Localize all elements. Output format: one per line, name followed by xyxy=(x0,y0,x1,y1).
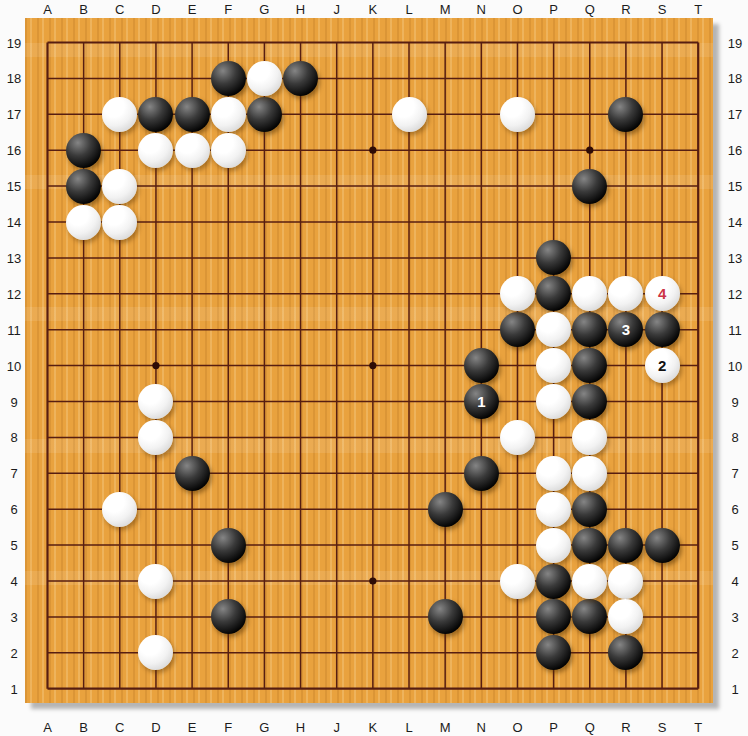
row-label-left-18: 18 xyxy=(7,71,21,86)
black-stone-B15[interactable] xyxy=(66,169,101,204)
black-stone-D17[interactable] xyxy=(138,97,173,132)
row-label-right-13: 13 xyxy=(728,250,742,265)
row-label-right-1: 1 xyxy=(731,681,738,696)
move-number-1: 1 xyxy=(477,394,485,409)
white-stone-P6[interactable] xyxy=(536,492,571,527)
black-stone-N9[interactable]: 1 xyxy=(464,384,499,419)
row-label-left-1: 1 xyxy=(10,681,17,696)
row-label-left-2: 2 xyxy=(10,645,17,660)
row-label-right-4: 4 xyxy=(731,574,738,589)
white-stone-Q7[interactable] xyxy=(572,456,607,491)
row-label-right-18: 18 xyxy=(728,71,742,86)
white-stone-E16[interactable] xyxy=(175,133,210,168)
black-stone-F3[interactable] xyxy=(211,599,246,634)
black-stone-G17[interactable] xyxy=(247,97,282,132)
white-stone-O4[interactable] xyxy=(500,564,535,599)
white-stone-S12[interactable]: 4 xyxy=(645,276,680,311)
col-label-bottom-N: N xyxy=(477,720,486,735)
move-number-3: 3 xyxy=(622,322,630,337)
row-label-right-19: 19 xyxy=(728,35,742,50)
row-label-left-11: 11 xyxy=(7,322,21,337)
move-number-4: 4 xyxy=(658,286,666,301)
white-stone-P9[interactable] xyxy=(536,384,571,419)
row-label-left-17: 17 xyxy=(7,107,21,122)
row-label-left-9: 9 xyxy=(10,394,17,409)
black-stone-Q5[interactable] xyxy=(572,528,607,563)
black-stone-O11[interactable] xyxy=(500,312,535,347)
white-stone-Q8[interactable] xyxy=(572,420,607,455)
row-label-left-16: 16 xyxy=(7,143,21,158)
row-label-left-7: 7 xyxy=(10,466,17,481)
black-stone-P4[interactable] xyxy=(536,564,571,599)
col-label-top-R: R xyxy=(621,2,630,17)
black-stone-Q6[interactable] xyxy=(572,492,607,527)
row-label-left-12: 12 xyxy=(7,286,21,301)
row-label-right-7: 7 xyxy=(731,466,738,481)
col-label-top-S: S xyxy=(658,2,667,17)
black-stone-N10[interactable] xyxy=(464,348,499,383)
col-label-bottom-D: D xyxy=(151,720,160,735)
col-label-top-C: C xyxy=(115,2,124,17)
col-label-bottom-E: E xyxy=(188,720,197,735)
black-stone-R17[interactable] xyxy=(608,97,643,132)
white-stone-O12[interactable] xyxy=(500,276,535,311)
row-label-right-11: 11 xyxy=(728,322,742,337)
col-label-bottom-C: C xyxy=(115,720,124,735)
col-label-bottom-M: M xyxy=(440,720,451,735)
col-label-top-Q: Q xyxy=(585,2,595,17)
black-stone-R5[interactable] xyxy=(608,528,643,563)
white-stone-Q4[interactable] xyxy=(572,564,607,599)
black-stone-F18[interactable] xyxy=(211,61,246,96)
col-label-bottom-Q: Q xyxy=(585,720,595,735)
col-label-bottom-O: O xyxy=(512,720,522,735)
col-label-top-E: E xyxy=(188,2,197,17)
col-label-bottom-P: P xyxy=(549,720,558,735)
col-label-top-B: B xyxy=(79,2,88,17)
white-stone-F17[interactable] xyxy=(211,97,246,132)
row-label-left-4: 4 xyxy=(10,574,17,589)
row-label-left-19: 19 xyxy=(7,35,21,50)
row-label-right-12: 12 xyxy=(728,286,742,301)
white-stone-P5[interactable] xyxy=(536,528,571,563)
row-label-left-8: 8 xyxy=(10,430,17,445)
col-label-top-A: A xyxy=(43,2,52,17)
col-label-top-M: M xyxy=(440,2,451,17)
black-stone-F5[interactable] xyxy=(211,528,246,563)
go-diagram: 3142AABBCCDDEEFFGGHHJJKKLLMMNNOOPPQQRRSS… xyxy=(0,0,748,736)
col-label-top-O: O xyxy=(512,2,522,17)
col-label-bottom-G: G xyxy=(259,720,269,735)
white-stone-C17[interactable] xyxy=(102,97,137,132)
col-label-bottom-B: B xyxy=(79,720,88,735)
col-label-top-P: P xyxy=(549,2,558,17)
col-label-top-N: N xyxy=(477,2,486,17)
col-label-top-L: L xyxy=(405,2,412,17)
col-label-top-F: F xyxy=(224,2,232,17)
row-label-right-15: 15 xyxy=(728,179,742,194)
black-stone-M3[interactable] xyxy=(428,599,463,634)
col-label-bottom-A: A xyxy=(43,720,52,735)
row-label-right-10: 10 xyxy=(728,358,742,373)
white-stone-B14[interactable] xyxy=(66,205,101,240)
white-stone-O8[interactable] xyxy=(500,420,535,455)
row-label-right-9: 9 xyxy=(731,394,738,409)
col-label-top-H: H xyxy=(296,2,305,17)
move-number-2: 2 xyxy=(658,358,666,373)
black-stone-M6[interactable] xyxy=(428,492,463,527)
white-stone-P10[interactable] xyxy=(536,348,571,383)
col-label-top-D: D xyxy=(151,2,160,17)
black-stone-B16[interactable] xyxy=(66,133,101,168)
white-stone-L17[interactable] xyxy=(392,97,427,132)
col-label-bottom-H: H xyxy=(296,720,305,735)
black-stone-N7[interactable] xyxy=(464,456,499,491)
col-label-top-G: G xyxy=(259,2,269,17)
white-stone-P7[interactable] xyxy=(536,456,571,491)
col-label-bottom-L: L xyxy=(405,720,412,735)
col-label-bottom-S: S xyxy=(658,720,667,735)
white-stone-D16[interactable] xyxy=(138,133,173,168)
col-label-bottom-R: R xyxy=(621,720,630,735)
row-label-right-6: 6 xyxy=(731,502,738,517)
black-stone-Q15[interactable] xyxy=(572,169,607,204)
row-label-right-14: 14 xyxy=(728,215,742,230)
row-label-right-3: 3 xyxy=(731,609,738,624)
white-stone-C14[interactable] xyxy=(102,205,137,240)
white-stone-G18[interactable] xyxy=(247,61,282,96)
row-label-right-2: 2 xyxy=(731,645,738,660)
row-label-left-10: 10 xyxy=(7,358,21,373)
black-stone-E17[interactable] xyxy=(175,97,210,132)
black-stone-H18[interactable] xyxy=(283,61,318,96)
col-label-bottom-K: K xyxy=(369,720,378,735)
row-label-left-13: 13 xyxy=(7,250,21,265)
black-stone-S5[interactable] xyxy=(645,528,680,563)
white-stone-R4[interactable] xyxy=(608,564,643,599)
row-label-left-5: 5 xyxy=(10,538,17,553)
white-stone-O17[interactable] xyxy=(500,97,535,132)
row-label-right-8: 8 xyxy=(731,430,738,445)
white-stone-C6[interactable] xyxy=(102,492,137,527)
col-label-top-K: K xyxy=(369,2,378,17)
white-stone-S10[interactable]: 2 xyxy=(645,348,680,383)
white-stone-C15[interactable] xyxy=(102,169,137,204)
row-label-left-3: 3 xyxy=(10,609,17,624)
col-label-bottom-F: F xyxy=(224,720,232,735)
col-label-top-J: J xyxy=(333,2,340,17)
row-label-right-17: 17 xyxy=(728,107,742,122)
row-label-left-14: 14 xyxy=(7,215,21,230)
col-label-top-T: T xyxy=(694,2,702,17)
white-stone-F16[interactable] xyxy=(211,133,246,168)
row-label-right-16: 16 xyxy=(728,143,742,158)
black-stone-S11[interactable] xyxy=(645,312,680,347)
col-label-bottom-J: J xyxy=(333,720,340,735)
col-label-bottom-T: T xyxy=(694,720,702,735)
row-label-right-5: 5 xyxy=(731,538,738,553)
white-stone-D4[interactable] xyxy=(138,564,173,599)
row-label-left-15: 15 xyxy=(7,179,21,194)
row-label-left-6: 6 xyxy=(10,502,17,517)
black-stone-E7[interactable] xyxy=(175,456,210,491)
